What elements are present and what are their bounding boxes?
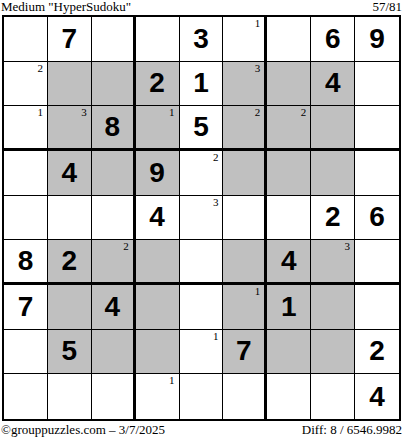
cell-r6c1[interactable]: 8 bbox=[4, 240, 48, 285]
cell-r4c4[interactable]: 9 bbox=[136, 151, 180, 196]
cell-r9c7[interactable] bbox=[267, 374, 311, 419]
cell-r5c5[interactable]: 3 bbox=[180, 196, 224, 241]
given-digit: 4 bbox=[149, 203, 165, 231]
given-digit: 2 bbox=[369, 337, 385, 365]
cell-r7c7[interactable]: 1 bbox=[267, 285, 311, 330]
difficulty-rating: Diff: 8 / 6546.9982 bbox=[302, 423, 402, 437]
given-digit: 3 bbox=[193, 25, 209, 53]
cell-r8c6[interactable]: 7 bbox=[223, 330, 267, 375]
cell-r2c4[interactable]: 2 bbox=[136, 62, 180, 107]
cell-r3c4[interactable]: 1 bbox=[136, 106, 180, 151]
cell-r7c5[interactable] bbox=[180, 285, 224, 330]
corner-mark: 1 bbox=[37, 107, 43, 118]
corner-mark: 1 bbox=[255, 18, 261, 29]
cell-r6c6[interactable] bbox=[223, 240, 267, 285]
cell-r6c8[interactable]: 3 bbox=[311, 240, 355, 285]
corner-mark: 3 bbox=[255, 63, 261, 74]
cell-r3c7[interactable]: 2 bbox=[267, 106, 311, 151]
puzzle-title: Medium "HyperSudoku" bbox=[1, 0, 131, 14]
copyright-date: ©grouppuzzles.com – 3/7/2025 bbox=[1, 423, 165, 437]
corner-mark: 1 bbox=[169, 107, 175, 118]
cell-r8c4[interactable] bbox=[136, 330, 180, 375]
cell-r7c3[interactable]: 4 bbox=[92, 285, 136, 330]
cell-r3c8[interactable] bbox=[311, 106, 355, 151]
cell-r9c5[interactable] bbox=[180, 374, 224, 419]
cell-r1c5[interactable]: 3 bbox=[180, 17, 224, 62]
cell-r7c2[interactable] bbox=[48, 285, 92, 330]
cell-r5c3[interactable] bbox=[92, 196, 136, 241]
corner-mark: 2 bbox=[213, 152, 219, 163]
cell-r3c6[interactable]: 2 bbox=[223, 106, 267, 151]
cell-r9c2[interactable] bbox=[48, 374, 92, 419]
given-digit: 1 bbox=[193, 69, 209, 97]
corner-mark: 1 bbox=[255, 286, 261, 297]
corner-mark: 1 bbox=[169, 375, 175, 386]
given-digit: 4 bbox=[62, 159, 78, 187]
cell-r4c2[interactable]: 4 bbox=[48, 151, 92, 196]
cell-r8c1[interactable] bbox=[4, 330, 48, 375]
given-digit: 7 bbox=[62, 25, 78, 53]
given-digit: 5 bbox=[193, 113, 209, 141]
cell-r8c3[interactable] bbox=[92, 330, 136, 375]
cell-r1c7[interactable] bbox=[267, 17, 311, 62]
sudoku-board: 731692213413815224924326822437411517214 bbox=[2, 15, 401, 421]
cell-r3c5[interactable]: 5 bbox=[180, 106, 224, 151]
cell-r9c6[interactable] bbox=[223, 374, 267, 419]
cell-r7c1[interactable]: 7 bbox=[4, 285, 48, 330]
cell-r2c3[interactable] bbox=[92, 62, 136, 107]
cell-r8c8[interactable] bbox=[311, 330, 355, 375]
cell-r6c2[interactable]: 2 bbox=[48, 240, 92, 285]
given-digit: 4 bbox=[104, 293, 120, 321]
cell-r1c4[interactable] bbox=[136, 17, 180, 62]
cell-r2c9[interactable] bbox=[355, 62, 399, 107]
corner-mark: 2 bbox=[301, 107, 307, 118]
cell-r1c1[interactable] bbox=[4, 17, 48, 62]
header: Medium "HyperSudoku" 57/81 bbox=[1, 0, 402, 15]
cell-r7c8[interactable] bbox=[311, 285, 355, 330]
cell-r4c6[interactable] bbox=[223, 151, 267, 196]
cell-r7c9[interactable] bbox=[355, 285, 399, 330]
cell-r4c5[interactable]: 2 bbox=[180, 151, 224, 196]
given-digit: 8 bbox=[104, 113, 120, 141]
given-digit: 2 bbox=[149, 69, 165, 97]
cell-r5c6[interactable] bbox=[223, 196, 267, 241]
cell-r1c8[interactable]: 6 bbox=[311, 17, 355, 62]
cell-r9c8[interactable] bbox=[311, 374, 355, 419]
given-digit: 7 bbox=[18, 293, 34, 321]
empty-cell-counter: 57/81 bbox=[372, 0, 402, 14]
given-digit: 4 bbox=[369, 383, 385, 411]
cell-r9c1[interactable] bbox=[4, 374, 48, 419]
cell-r4c8[interactable] bbox=[311, 151, 355, 196]
cell-r3c3[interactable]: 8 bbox=[92, 106, 136, 151]
corner-mark: 2 bbox=[123, 241, 129, 252]
given-digit: 6 bbox=[325, 25, 341, 53]
given-digit: 5 bbox=[62, 337, 78, 365]
cell-r5c9[interactable]: 6 bbox=[355, 196, 399, 241]
given-digit: 4 bbox=[281, 247, 297, 275]
cell-r8c7[interactable] bbox=[267, 330, 311, 375]
cell-r5c8[interactable]: 2 bbox=[311, 196, 355, 241]
cell-r3c2[interactable]: 3 bbox=[48, 106, 92, 151]
cell-r8c9[interactable]: 2 bbox=[355, 330, 399, 375]
given-digit: 8 bbox=[18, 247, 34, 275]
cell-r4c9[interactable] bbox=[355, 151, 399, 196]
footer: ©grouppuzzles.com – 3/7/2025 Diff: 8 / 6… bbox=[1, 422, 402, 437]
cell-r3c9[interactable] bbox=[355, 106, 399, 151]
given-digit: 6 bbox=[369, 203, 385, 231]
cell-r2c5[interactable]: 1 bbox=[180, 62, 224, 107]
corner-mark: 3 bbox=[213, 197, 219, 208]
cell-r1c3[interactable] bbox=[92, 17, 136, 62]
cell-r3c1[interactable]: 1 bbox=[4, 106, 48, 151]
cell-r2c6[interactable]: 3 bbox=[223, 62, 267, 107]
cell-r5c2[interactable] bbox=[48, 196, 92, 241]
given-digit: 1 bbox=[281, 293, 297, 321]
cell-r1c9[interactable]: 9 bbox=[355, 17, 399, 62]
cell-r2c7[interactable] bbox=[267, 62, 311, 107]
corner-mark: 2 bbox=[37, 63, 43, 74]
corner-mark: 2 bbox=[255, 107, 261, 118]
corner-mark: 3 bbox=[345, 241, 351, 252]
cell-r9c9[interactable]: 4 bbox=[355, 374, 399, 419]
cell-r8c5[interactable]: 1 bbox=[180, 330, 224, 375]
given-digit: 2 bbox=[62, 247, 78, 275]
cell-r2c2[interactable] bbox=[48, 62, 92, 107]
given-digit: 9 bbox=[369, 25, 385, 53]
cell-r5c1[interactable] bbox=[4, 196, 48, 241]
cell-r1c6[interactable]: 1 bbox=[223, 17, 267, 62]
cell-r6c3[interactable]: 2 bbox=[92, 240, 136, 285]
given-digit: 4 bbox=[325, 69, 341, 97]
cell-r5c7[interactable] bbox=[267, 196, 311, 241]
cell-r2c1[interactable]: 2 bbox=[4, 62, 48, 107]
cell-r6c9[interactable] bbox=[355, 240, 399, 285]
cell-r4c3[interactable] bbox=[92, 151, 136, 196]
cell-r9c4[interactable]: 1 bbox=[136, 374, 180, 419]
cell-r6c4[interactable] bbox=[136, 240, 180, 285]
cell-r4c1[interactable] bbox=[4, 151, 48, 196]
cell-r2c8[interactable]: 4 bbox=[311, 62, 355, 107]
cell-r7c6[interactable]: 1 bbox=[223, 285, 267, 330]
cell-r6c5[interactable] bbox=[180, 240, 224, 285]
cell-r8c2[interactable]: 5 bbox=[48, 330, 92, 375]
cell-r9c3[interactable] bbox=[92, 374, 136, 419]
cell-r7c4[interactable] bbox=[136, 285, 180, 330]
given-digit: 2 bbox=[325, 203, 341, 231]
corner-mark: 3 bbox=[81, 107, 87, 118]
cell-r1c2[interactable]: 7 bbox=[48, 17, 92, 62]
given-digit: 7 bbox=[236, 337, 252, 365]
given-digit: 9 bbox=[149, 159, 165, 187]
corner-mark: 1 bbox=[213, 331, 219, 342]
cell-r4c7[interactable] bbox=[267, 151, 311, 196]
cell-r6c7[interactable]: 4 bbox=[267, 240, 311, 285]
cell-r5c4[interactable]: 4 bbox=[136, 196, 180, 241]
